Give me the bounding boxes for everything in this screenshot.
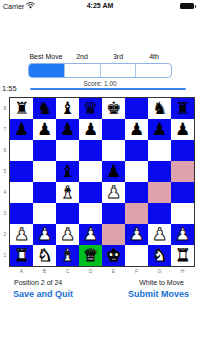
white-pawn: ♟ (37, 224, 52, 245)
file-label-h: H (171, 267, 194, 275)
black-pawn: ♟ (60, 119, 75, 140)
square-e8[interactable]: ♚ (102, 98, 125, 119)
square-h3[interactable] (171, 203, 194, 224)
square-h4[interactable] (171, 182, 194, 203)
clock-label: 4:25 AM (0, 2, 200, 9)
file-label-e: E (102, 267, 125, 275)
segment-3rd[interactable] (101, 64, 137, 77)
save-and-quit-button[interactable]: Save and Quit (13, 289, 73, 299)
white-rook: ♜ (175, 245, 190, 266)
square-d5[interactable] (79, 161, 102, 182)
white-pawn: ♟ (83, 224, 98, 245)
square-b2[interactable]: ♟ (33, 224, 56, 245)
square-e3[interactable] (102, 203, 125, 224)
white-bishop: ♝ (60, 182, 75, 203)
battery-icon (180, 3, 194, 9)
white-knight: ♞ (152, 245, 167, 266)
square-f4[interactable] (125, 182, 148, 203)
file-label-d: D (79, 267, 102, 275)
square-b8[interactable]: ♞ (33, 98, 56, 119)
square-g1[interactable]: ♞ (148, 245, 171, 266)
white-pawn: ♟ (60, 224, 75, 245)
time-progress-bar (30, 88, 186, 90)
square-f2[interactable]: ♟ (125, 224, 148, 245)
white-pawn: ♟ (129, 224, 144, 245)
rank-label-1: 1 (1, 244, 9, 265)
board-squares: ♜♞♝♛♚♞♜♟♟♟♟♟♟♟♝♟♝♟♟♟♟♟♟♟♟♜♞♝♛♚♞♜ (9, 97, 195, 267)
file-labels: ABCDEFGH (10, 267, 195, 275)
square-f1[interactable] (125, 245, 148, 266)
black-pawn: ♟ (175, 119, 190, 140)
square-g6[interactable] (148, 140, 171, 161)
square-g4[interactable] (148, 182, 171, 203)
rank-label-7: 7 (1, 118, 9, 139)
square-h6[interactable] (171, 140, 194, 161)
black-pawn: ♟ (129, 119, 144, 140)
rank-label-3: 3 (1, 202, 9, 223)
file-label-a: A (10, 267, 33, 275)
square-e5[interactable]: ♟ (102, 161, 125, 182)
square-a6[interactable] (10, 140, 33, 161)
second-move-label: 2nd (64, 53, 100, 60)
square-d1[interactable]: ♛ (79, 245, 102, 266)
square-c6[interactable] (56, 140, 79, 161)
black-rook: ♜ (14, 98, 29, 119)
square-b3[interactable] (33, 203, 56, 224)
rank-label-5: 5 (1, 160, 9, 181)
move-rank-labels: Best Move 2nd 3rd 4th (28, 53, 172, 60)
rank-label-8: 8 (1, 97, 9, 118)
square-c1[interactable]: ♝ (56, 245, 79, 266)
black-pawn: ♟ (152, 119, 167, 140)
black-pawn: ♟ (37, 119, 52, 140)
square-b4[interactable] (33, 182, 56, 203)
square-a3[interactable] (10, 203, 33, 224)
square-f5[interactable] (125, 161, 148, 182)
square-d8[interactable]: ♛ (79, 98, 102, 119)
square-a1[interactable]: ♜ (10, 245, 33, 266)
file-label-c: C (56, 267, 79, 275)
square-b5[interactable] (33, 161, 56, 182)
timer-label: 1:55 (2, 84, 17, 93)
square-h7[interactable]: ♟ (171, 119, 194, 140)
square-g2[interactable]: ♟ (148, 224, 171, 245)
square-e2[interactable] (102, 224, 125, 245)
square-g8[interactable]: ♞ (148, 98, 171, 119)
square-d2[interactable]: ♟ (79, 224, 102, 245)
chess-board: 87654321 ♜♞♝♛♚♞♜♟♟♟♟♟♟♟♝♟♝♟♟♟♟♟♟♟♟♜♞♝♛♚♞… (1, 97, 195, 275)
square-h5[interactable] (171, 161, 194, 182)
black-bishop: ♝ (60, 161, 75, 182)
white-bishop: ♝ (60, 245, 75, 266)
square-c4[interactable]: ♝ (56, 182, 79, 203)
segment-best-move[interactable] (29, 64, 65, 77)
square-a5[interactable] (10, 161, 33, 182)
square-b1[interactable]: ♞ (33, 245, 56, 266)
submit-moves-button[interactable]: Submit Moves (128, 289, 189, 299)
black-pawn: ♟ (106, 161, 121, 182)
square-c8[interactable]: ♝ (56, 98, 79, 119)
square-c5[interactable]: ♝ (56, 161, 79, 182)
white-pawn: ♟ (106, 182, 121, 203)
black-queen: ♛ (83, 98, 98, 119)
white-knight: ♞ (37, 245, 52, 266)
square-g5[interactable] (148, 161, 171, 182)
square-e6[interactable] (102, 140, 125, 161)
best-move-label: Best Move (28, 53, 64, 60)
file-label-g: G (148, 267, 171, 275)
black-pawn: ♟ (14, 119, 29, 140)
square-e1[interactable]: ♚ (102, 245, 125, 266)
square-c7[interactable]: ♟ (56, 119, 79, 140)
square-b7[interactable]: ♟ (33, 119, 56, 140)
square-a8[interactable]: ♜ (10, 98, 33, 119)
segment-4th[interactable] (136, 64, 171, 77)
score-label: Score: 1.00 (0, 80, 200, 87)
rank-labels: 87654321 (1, 97, 9, 267)
square-c2[interactable]: ♟ (56, 224, 79, 245)
square-f6[interactable] (125, 140, 148, 161)
turn-indicator-label: White to Move (139, 279, 184, 286)
square-f7[interactable]: ♟ (125, 119, 148, 140)
square-a2[interactable]: ♟ (10, 224, 33, 245)
third-move-label: 3rd (100, 53, 136, 60)
black-knight: ♞ (152, 98, 167, 119)
status-bar: Carrier 4:25 AM (0, 0, 200, 12)
position-counter-label: Position 2 of 24 (14, 279, 62, 286)
square-d7[interactable]: ♟ (79, 119, 102, 140)
white-king: ♚ (106, 245, 121, 266)
square-a4[interactable] (10, 182, 33, 203)
move-rank-segmented-control (28, 63, 172, 78)
white-pawn: ♟ (152, 224, 167, 245)
square-d6[interactable] (79, 140, 102, 161)
white-queen: ♛ (83, 245, 98, 266)
file-label-f: F (125, 267, 148, 275)
black-rook: ♜ (175, 98, 190, 119)
square-b6[interactable] (33, 140, 56, 161)
rank-label-6: 6 (1, 139, 9, 160)
black-bishop: ♝ (60, 98, 75, 119)
rank-label-4: 4 (1, 181, 9, 202)
square-g3[interactable] (148, 203, 171, 224)
black-pawn: ♟ (83, 119, 98, 140)
black-king: ♚ (106, 98, 121, 119)
black-knight: ♞ (37, 98, 52, 119)
segment-2nd[interactable] (65, 64, 101, 77)
square-f3[interactable] (125, 203, 148, 224)
white-pawn: ♟ (175, 224, 190, 245)
app-screen: Carrier 4:25 AM Best Move 2nd 3rd 4th Sc… (0, 0, 200, 355)
file-label-b: B (33, 267, 56, 275)
square-c3[interactable] (56, 203, 79, 224)
white-pawn: ♟ (14, 224, 29, 245)
fourth-move-label: 4th (136, 53, 172, 60)
rank-label-2: 2 (1, 223, 9, 244)
square-h1[interactable]: ♜ (171, 245, 194, 266)
square-a7[interactable]: ♟ (10, 119, 33, 140)
square-f8[interactable] (125, 98, 148, 119)
white-rook: ♜ (14, 245, 29, 266)
square-d4[interactable] (79, 182, 102, 203)
square-e7[interactable] (102, 119, 125, 140)
square-d3[interactable] (79, 203, 102, 224)
square-e4[interactable]: ♟ (102, 182, 125, 203)
square-g7[interactable]: ♟ (148, 119, 171, 140)
square-h2[interactable]: ♟ (171, 224, 194, 245)
square-h8[interactable]: ♜ (171, 98, 194, 119)
